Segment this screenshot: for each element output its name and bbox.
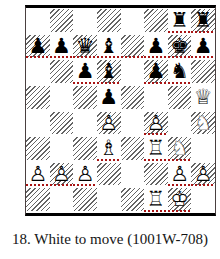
square-e3[interactable] <box>121 136 145 162</box>
square-b4[interactable] <box>50 111 74 137</box>
square-g2[interactable]: ♟♙ <box>168 162 192 188</box>
square-g7[interactable]: ♚ <box>168 34 192 60</box>
square-h2[interactable]: ♟♙ <box>191 162 215 188</box>
square-b2[interactable]: ♟♙ <box>50 162 74 188</box>
spellcheck-underline <box>97 82 121 84</box>
white-pawn: ♟♙ <box>97 111 121 137</box>
page: ♜♜♟♟♛♝♟♚♟♟♝♟♞♟♛♕♟♙♟♙♞♘♝♗♜♖♞♘♟♙♟♙♟♙♟♙♟♙♜♖… <box>0 0 220 259</box>
square-e5[interactable] <box>121 85 145 111</box>
spellcheck-underline <box>191 31 215 33</box>
square-b7[interactable]: ♟ <box>50 34 74 60</box>
square-a2[interactable]: ♟♙ <box>26 162 50 188</box>
piece-outline: ♕ <box>191 85 215 111</box>
square-d5[interactable]: ♟ <box>97 85 121 111</box>
square-a7[interactable]: ♟ <box>26 34 50 60</box>
spellcheck-underline <box>26 56 50 58</box>
square-d3[interactable]: ♝♗ <box>97 136 121 162</box>
square-c8[interactable] <box>73 8 97 34</box>
square-g4[interactable] <box>168 111 192 137</box>
chess-diagram: ♜♜♟♟♛♝♟♚♟♟♝♟♞♟♛♕♟♙♟♙♞♘♝♗♜♖♞♘♟♙♟♙♟♙♟♙♟♙♜♖… <box>25 5 216 216</box>
square-f1[interactable]: ♜♖ <box>144 187 168 213</box>
square-b1[interactable] <box>50 187 74 213</box>
spellcheck-underline <box>144 82 168 84</box>
square-h3[interactable] <box>191 136 215 162</box>
spellcheck-underline <box>191 56 215 58</box>
square-c2[interactable]: ♟♙ <box>73 162 97 188</box>
square-a1[interactable] <box>26 187 50 213</box>
puzzle-caption: 18. White to move (1001W-708) <box>0 231 220 248</box>
square-b5[interactable] <box>50 85 74 111</box>
square-f7[interactable]: ♟ <box>144 34 168 60</box>
spellcheck-underline <box>168 210 192 212</box>
square-h8[interactable]: ♜ <box>191 8 215 34</box>
spellcheck-underline <box>144 159 168 161</box>
square-h7[interactable]: ♟ <box>191 34 215 60</box>
spellcheck-underline <box>168 31 192 33</box>
square-d6[interactable]: ♝ <box>97 59 121 85</box>
square-a8[interactable] <box>26 8 50 34</box>
spellcheck-underline <box>191 184 215 186</box>
square-d8[interactable] <box>97 8 121 34</box>
square-b3[interactable] <box>50 136 74 162</box>
square-c4[interactable] <box>73 111 97 137</box>
square-h5[interactable]: ♛♕ <box>191 85 215 111</box>
square-b8[interactable] <box>50 8 74 34</box>
square-c3[interactable] <box>73 136 97 162</box>
chess-board: ♜♜♟♟♛♝♟♚♟♟♝♟♞♟♛♕♟♙♟♙♞♘♝♗♜♖♞♘♟♙♟♙♟♙♟♙♟♙♜♖… <box>26 8 215 213</box>
square-a6[interactable] <box>26 59 50 85</box>
square-f4[interactable]: ♟♙ <box>144 111 168 137</box>
square-f6[interactable]: ♟ <box>144 59 168 85</box>
spellcheck-underline <box>97 159 121 161</box>
spellcheck-underline <box>168 184 192 186</box>
square-d7[interactable]: ♝ <box>97 34 121 60</box>
square-c5[interactable] <box>73 85 97 111</box>
square-f2[interactable] <box>144 162 168 188</box>
spellcheck-underline <box>144 133 168 135</box>
spellcheck-underline <box>144 210 168 212</box>
white-queen: ♛♕ <box>191 85 215 111</box>
square-h4[interactable]: ♞♘ <box>191 111 215 137</box>
square-e6[interactable] <box>121 59 145 85</box>
square-g5[interactable] <box>168 85 192 111</box>
square-e2[interactable] <box>121 162 145 188</box>
square-h6[interactable] <box>191 59 215 85</box>
square-e4[interactable] <box>121 111 145 137</box>
square-d1[interactable] <box>97 187 121 213</box>
square-f3[interactable]: ♜♖ <box>144 136 168 162</box>
square-a4[interactable] <box>26 111 50 137</box>
piece-outline: ♘ <box>191 111 215 137</box>
square-e7[interactable] <box>121 34 145 60</box>
square-f8[interactable] <box>144 8 168 34</box>
square-e1[interactable] <box>121 187 145 213</box>
spellcheck-underline <box>168 82 192 84</box>
square-g3[interactable]: ♞♘ <box>168 136 192 162</box>
square-f5[interactable] <box>144 85 168 111</box>
square-c6[interactable]: ♟ <box>73 59 97 85</box>
square-e8[interactable] <box>121 8 145 34</box>
spellcheck-underline <box>168 56 192 58</box>
square-g8[interactable]: ♜ <box>168 8 192 34</box>
spellcheck-underline <box>168 159 192 161</box>
spellcheck-underline <box>73 82 97 84</box>
square-g1[interactable]: ♚♔ <box>168 187 192 213</box>
spellcheck-underline <box>121 56 145 58</box>
square-c7[interactable]: ♛ <box>73 34 97 60</box>
spellcheck-underline <box>97 56 121 58</box>
piece-outline: ♙ <box>97 111 121 137</box>
square-a5[interactable] <box>26 85 50 111</box>
spellcheck-underline <box>50 184 74 186</box>
square-g6[interactable]: ♞ <box>168 59 192 85</box>
square-h1[interactable] <box>191 187 215 213</box>
spellcheck-underline <box>73 184 97 186</box>
spellcheck-underline <box>144 56 168 58</box>
spellcheck-underline <box>73 56 97 58</box>
square-d4[interactable]: ♟♙ <box>97 111 121 137</box>
spellcheck-underline <box>26 184 50 186</box>
square-a3[interactable] <box>26 136 50 162</box>
spellcheck-underline <box>50 56 74 58</box>
black-pawn: ♟ <box>97 85 121 111</box>
square-d2[interactable] <box>97 162 121 188</box>
white-knight: ♞♘ <box>191 111 215 137</box>
square-c1[interactable] <box>73 187 97 213</box>
square-b6[interactable] <box>50 59 74 85</box>
